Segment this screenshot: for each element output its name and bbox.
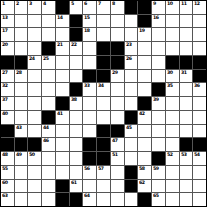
grid-cell[interactable]: 12 bbox=[193, 1, 206, 14]
black-cell bbox=[97, 56, 110, 69]
grid-cell[interactable] bbox=[70, 125, 83, 138]
grid-cell[interactable] bbox=[152, 111, 165, 124]
clue-number: 62 bbox=[139, 180, 145, 185]
grid-cell[interactable] bbox=[15, 28, 28, 41]
crossword-grid: 1234567891011121314151617181920212223242… bbox=[0, 0, 207, 207]
grid-cell[interactable]: 4 bbox=[42, 1, 55, 14]
clue-number: 38 bbox=[71, 97, 77, 102]
grid-cell[interactable] bbox=[42, 70, 55, 83]
black-cell bbox=[70, 193, 83, 206]
grid-cell[interactable]: 22 bbox=[70, 42, 83, 55]
grid-cell[interactable]: 56 bbox=[83, 166, 96, 179]
grid-cell[interactable] bbox=[83, 125, 96, 138]
grid-cell[interactable]: 51 bbox=[111, 152, 124, 165]
grid-cell[interactable] bbox=[83, 56, 96, 69]
grid-cell[interactable] bbox=[180, 15, 193, 28]
grid-cell[interactable] bbox=[42, 15, 55, 28]
clue-number: 12 bbox=[194, 1, 200, 6]
grid-cell[interactable]: 11 bbox=[180, 1, 193, 14]
grid-cell[interactable]: 54 bbox=[193, 152, 206, 165]
clue-number: 43 bbox=[16, 125, 22, 130]
black-cell bbox=[152, 152, 165, 165]
grid-cell[interactable]: 9 bbox=[152, 1, 165, 14]
clue-number: 6 bbox=[84, 1, 87, 6]
grid-cell[interactable]: 24 bbox=[28, 56, 41, 69]
grid-cell[interactable]: 29 bbox=[111, 70, 124, 83]
grid-cell[interactable] bbox=[193, 180, 206, 193]
grid-cell[interactable] bbox=[125, 15, 138, 28]
black-cell bbox=[180, 138, 193, 151]
grid-cell[interactable] bbox=[56, 138, 69, 151]
grid-cell[interactable] bbox=[111, 166, 124, 179]
clue-number: 14 bbox=[57, 15, 63, 20]
black-cell bbox=[83, 138, 96, 151]
black-cell bbox=[111, 56, 124, 69]
grid-cell[interactable] bbox=[56, 152, 69, 165]
grid-cell[interactable]: 28 bbox=[15, 70, 28, 83]
grid-cell[interactable]: 50 bbox=[28, 152, 41, 165]
grid-cell[interactable] bbox=[180, 83, 193, 96]
clue-number: 9 bbox=[153, 1, 156, 6]
black-cell bbox=[193, 70, 206, 83]
grid-cell[interactable] bbox=[15, 193, 28, 206]
grid-cell[interactable] bbox=[138, 152, 151, 165]
grid-cell[interactable] bbox=[97, 111, 110, 124]
grid-cell[interactable] bbox=[138, 56, 151, 69]
black-cell bbox=[125, 1, 138, 14]
clue-number: 51 bbox=[112, 152, 118, 157]
grid-cell[interactable]: 8 bbox=[111, 1, 124, 14]
grid-cell[interactable] bbox=[42, 97, 55, 110]
grid-cell[interactable] bbox=[15, 83, 28, 96]
clue-number: 57 bbox=[98, 166, 104, 171]
clue-number: 37 bbox=[2, 97, 8, 102]
grid-cell[interactable]: 57 bbox=[97, 166, 110, 179]
grid-cell[interactable] bbox=[166, 180, 179, 193]
grid-cell[interactable]: 31 bbox=[180, 70, 193, 83]
black-cell bbox=[70, 83, 83, 96]
black-cell bbox=[152, 83, 165, 96]
grid-cell[interactable] bbox=[42, 166, 55, 179]
grid-cell[interactable] bbox=[28, 42, 41, 55]
grid-cell[interactable] bbox=[28, 15, 41, 28]
black-cell bbox=[193, 56, 206, 69]
grid-cell[interactable] bbox=[111, 193, 124, 206]
grid-cell[interactable]: 45 bbox=[125, 125, 138, 138]
grid-cell[interactable]: 53 bbox=[180, 152, 193, 165]
clue-number: 10 bbox=[167, 1, 173, 6]
grid-cell[interactable] bbox=[28, 111, 41, 124]
clue-number: 23 bbox=[126, 42, 132, 47]
grid-cell[interactable] bbox=[180, 166, 193, 179]
grid-cell[interactable] bbox=[83, 180, 96, 193]
grid-cell[interactable]: 42 bbox=[138, 111, 151, 124]
clue-number: 19 bbox=[139, 28, 145, 33]
grid-cell[interactable] bbox=[138, 42, 151, 55]
grid-cell[interactable] bbox=[166, 125, 179, 138]
black-cell bbox=[1, 138, 14, 151]
grid-cell[interactable] bbox=[83, 111, 96, 124]
clue-number: 33 bbox=[84, 83, 90, 88]
grid-cell[interactable] bbox=[15, 42, 28, 55]
grid-cell[interactable]: 17 bbox=[1, 28, 14, 41]
grid-cell[interactable] bbox=[180, 42, 193, 55]
clue-number: 24 bbox=[29, 56, 35, 61]
clue-number: 16 bbox=[153, 15, 159, 20]
clue-number: 42 bbox=[139, 111, 145, 116]
clue-number: 61 bbox=[71, 180, 77, 185]
clue-number: 32 bbox=[2, 83, 8, 88]
grid-cell[interactable] bbox=[56, 56, 69, 69]
grid-cell[interactable]: 55 bbox=[1, 166, 14, 179]
grid-cell[interactable] bbox=[28, 193, 41, 206]
clue-number: 29 bbox=[112, 70, 118, 75]
grid-cell[interactable] bbox=[42, 180, 55, 193]
black-cell bbox=[56, 180, 69, 193]
grid-cell[interactable]: 59 bbox=[152, 166, 165, 179]
grid-cell[interactable] bbox=[15, 97, 28, 110]
grid-cell[interactable]: 10 bbox=[166, 1, 179, 14]
grid-cell[interactable] bbox=[56, 83, 69, 96]
grid-cell[interactable]: 30 bbox=[166, 70, 179, 83]
grid-cell[interactable] bbox=[152, 138, 165, 151]
grid-cell[interactable] bbox=[111, 111, 124, 124]
black-cell bbox=[56, 1, 69, 14]
grid-cell[interactable] bbox=[28, 180, 41, 193]
grid-cell[interactable]: 25 bbox=[42, 56, 55, 69]
grid-cell[interactable] bbox=[97, 97, 110, 110]
grid-cell[interactable]: 6 bbox=[83, 1, 96, 14]
grid-cell[interactable] bbox=[28, 70, 41, 83]
clue-number: 31 bbox=[181, 70, 187, 75]
clue-number: 65 bbox=[153, 193, 159, 198]
grid-cell[interactable]: 5 bbox=[70, 1, 83, 14]
clue-number: 46 bbox=[43, 138, 49, 143]
clue-number: 34 bbox=[98, 83, 104, 88]
clue-number: 45 bbox=[126, 125, 132, 130]
grid-cell[interactable] bbox=[125, 83, 138, 96]
clue-number: 55 bbox=[2, 166, 8, 171]
grid-cell[interactable]: 33 bbox=[83, 83, 96, 96]
grid-cell[interactable] bbox=[193, 125, 206, 138]
black-cell bbox=[70, 28, 83, 41]
black-cell bbox=[15, 56, 28, 69]
grid-cell[interactable] bbox=[56, 70, 69, 83]
clue-number: 50 bbox=[29, 152, 35, 157]
grid-cell[interactable] bbox=[193, 15, 206, 28]
grid-cell[interactable] bbox=[138, 125, 151, 138]
grid-cell[interactable] bbox=[97, 15, 110, 28]
grid-cell[interactable] bbox=[83, 97, 96, 110]
grid-cell[interactable] bbox=[70, 111, 83, 124]
grid-cell[interactable]: 39 bbox=[152, 97, 165, 110]
grid-cell[interactable] bbox=[28, 83, 41, 96]
black-cell bbox=[28, 138, 41, 151]
grid-cell[interactable] bbox=[111, 97, 124, 110]
grid-cell[interactable] bbox=[111, 83, 124, 96]
clue-number: 53 bbox=[181, 152, 187, 157]
grid-cell[interactable] bbox=[83, 42, 96, 55]
grid-cell[interactable] bbox=[193, 42, 206, 55]
clue-number: 36 bbox=[194, 83, 200, 88]
grid-cell[interactable]: 48 bbox=[1, 152, 14, 165]
clue-number: 21 bbox=[57, 42, 63, 47]
grid-cell[interactable]: 32 bbox=[1, 83, 14, 96]
grid-cell[interactable] bbox=[56, 125, 69, 138]
grid-cell[interactable]: 65 bbox=[152, 193, 165, 206]
clue-number: 44 bbox=[43, 125, 49, 130]
black-cell bbox=[166, 56, 179, 69]
clue-number: 15 bbox=[84, 15, 90, 20]
black-cell bbox=[193, 138, 206, 151]
clue-number: 28 bbox=[16, 70, 22, 75]
clue-number: 7 bbox=[98, 1, 101, 6]
clue-number: 11 bbox=[181, 1, 187, 6]
grid-cell[interactable]: 2 bbox=[15, 1, 28, 14]
black-cell bbox=[138, 193, 151, 206]
black-cell bbox=[125, 111, 138, 124]
grid-cell[interactable]: 46 bbox=[42, 138, 55, 151]
grid-cell[interactable]: 41 bbox=[56, 111, 69, 124]
grid-cell[interactable]: 20 bbox=[1, 42, 14, 55]
grid-cell[interactable]: 62 bbox=[138, 180, 151, 193]
grid-cell[interactable] bbox=[28, 166, 41, 179]
grid-cell[interactable]: 19 bbox=[138, 28, 151, 41]
clue-number: 17 bbox=[2, 28, 8, 33]
grid-cell[interactable]: 7 bbox=[97, 1, 110, 14]
clue-number: 18 bbox=[84, 28, 90, 33]
grid-cell[interactable]: 40 bbox=[1, 111, 14, 124]
grid-cell[interactable] bbox=[152, 180, 165, 193]
black-cell bbox=[83, 152, 96, 165]
grid-cell[interactable] bbox=[138, 138, 151, 151]
clue-number: 5 bbox=[71, 1, 74, 6]
grid-cell[interactable]: 37 bbox=[1, 97, 14, 110]
grid-cell[interactable]: 34 bbox=[97, 83, 110, 96]
black-cell bbox=[180, 56, 193, 69]
grid-cell[interactable] bbox=[15, 166, 28, 179]
clue-number: 35 bbox=[167, 83, 173, 88]
grid-cell[interactable] bbox=[42, 83, 55, 96]
grid-cell[interactable] bbox=[166, 111, 179, 124]
grid-cell[interactable] bbox=[42, 193, 55, 206]
clue-number: 56 bbox=[84, 166, 90, 171]
grid-cell[interactable] bbox=[152, 70, 165, 83]
grid-cell[interactable] bbox=[56, 166, 69, 179]
grid-cell[interactable] bbox=[111, 15, 124, 28]
grid-cell[interactable]: 36 bbox=[193, 83, 206, 96]
clue-number: 20 bbox=[2, 42, 8, 47]
grid-cell[interactable]: 16 bbox=[152, 15, 165, 28]
black-cell bbox=[125, 180, 138, 193]
grid-cell[interactable] bbox=[97, 193, 110, 206]
grid-cell[interactable] bbox=[70, 152, 83, 165]
clue-number: 59 bbox=[153, 166, 159, 171]
grid-cell[interactable] bbox=[125, 70, 138, 83]
clue-number: 48 bbox=[2, 152, 8, 157]
black-cell bbox=[97, 138, 110, 151]
black-cell bbox=[138, 97, 151, 110]
grid-cell[interactable] bbox=[15, 180, 28, 193]
grid-cell[interactable] bbox=[193, 97, 206, 110]
grid-cell[interactable] bbox=[180, 97, 193, 110]
clue-number: 64 bbox=[84, 193, 90, 198]
grid-cell[interactable] bbox=[70, 70, 83, 83]
grid-cell[interactable] bbox=[166, 193, 179, 206]
grid-cell[interactable]: 44 bbox=[42, 125, 55, 138]
grid-cell[interactable]: 21 bbox=[56, 42, 69, 55]
grid-cell[interactable] bbox=[166, 97, 179, 110]
grid-cell[interactable]: 61 bbox=[70, 180, 83, 193]
clue-number: 13 bbox=[2, 15, 8, 20]
grid-cell[interactable]: 1 bbox=[1, 1, 14, 14]
grid-cell[interactable] bbox=[180, 125, 193, 138]
clue-number: 30 bbox=[167, 70, 173, 75]
grid-cell[interactable] bbox=[193, 111, 206, 124]
grid-cell[interactable] bbox=[193, 193, 206, 206]
grid-cell[interactable]: 60 bbox=[1, 180, 14, 193]
grid-cell[interactable] bbox=[125, 97, 138, 110]
grid-cell[interactable] bbox=[125, 28, 138, 41]
grid-cell[interactable] bbox=[166, 166, 179, 179]
black-cell bbox=[83, 70, 96, 83]
clue-number: 27 bbox=[2, 70, 8, 75]
black-cell bbox=[42, 42, 55, 55]
grid-cell[interactable] bbox=[28, 97, 41, 110]
black-cell bbox=[138, 1, 151, 14]
grid-cell[interactable] bbox=[70, 166, 83, 179]
grid-cell[interactable] bbox=[97, 28, 110, 41]
black-cell bbox=[111, 42, 124, 55]
grid-cell[interactable] bbox=[125, 138, 138, 151]
clue-number: 41 bbox=[57, 111, 63, 116]
grid-cell[interactable] bbox=[152, 125, 165, 138]
black-cell bbox=[97, 152, 110, 165]
grid-cell[interactable] bbox=[180, 193, 193, 206]
grid-cell[interactable] bbox=[138, 83, 151, 96]
clue-number: 49 bbox=[16, 152, 22, 157]
clue-number: 22 bbox=[71, 42, 77, 47]
grid-cell[interactable] bbox=[28, 125, 41, 138]
grid-cell[interactable]: 47 bbox=[111, 138, 124, 151]
clue-number: 8 bbox=[112, 1, 115, 6]
clue-number: 39 bbox=[153, 97, 159, 102]
black-cell bbox=[1, 125, 14, 138]
grid-cell[interactable]: 35 bbox=[166, 83, 179, 96]
clue-number: 60 bbox=[2, 180, 8, 185]
clue-number: 63 bbox=[2, 193, 8, 198]
grid-cell[interactable] bbox=[193, 28, 206, 41]
clue-number: 26 bbox=[126, 56, 132, 61]
black-cell bbox=[97, 125, 110, 138]
black-cell bbox=[1, 56, 14, 69]
grid-cell[interactable] bbox=[180, 180, 193, 193]
grid-cell[interactable]: 38 bbox=[70, 97, 83, 110]
grid-cell[interactable] bbox=[193, 166, 206, 179]
grid-cell[interactable]: 15 bbox=[83, 15, 96, 28]
grid-cell[interactable] bbox=[97, 180, 110, 193]
grid-cell[interactable]: 43 bbox=[15, 125, 28, 138]
grid-cell[interactable] bbox=[70, 138, 83, 151]
grid-cell[interactable] bbox=[125, 193, 138, 206]
grid-cell[interactable]: 14 bbox=[56, 15, 69, 28]
grid-cell[interactable] bbox=[152, 42, 165, 55]
grid-cell[interactable] bbox=[42, 28, 55, 41]
grid-cell[interactable] bbox=[70, 56, 83, 69]
clue-number: 47 bbox=[112, 138, 118, 143]
grid-cell[interactable] bbox=[152, 56, 165, 69]
grid-cell[interactable] bbox=[56, 28, 69, 41]
grid-cell[interactable] bbox=[125, 152, 138, 165]
black-cell bbox=[97, 70, 110, 83]
grid-cell[interactable]: 63 bbox=[1, 193, 14, 206]
black-cell bbox=[111, 125, 124, 138]
grid-cell[interactable] bbox=[42, 152, 55, 165]
clue-number: 4 bbox=[43, 1, 46, 6]
grid-cell[interactable]: 3 bbox=[28, 1, 41, 14]
grid-cell[interactable]: 49 bbox=[15, 152, 28, 165]
grid-cell[interactable] bbox=[28, 28, 41, 41]
clue-number: 58 bbox=[139, 166, 145, 171]
crossword-board-wrapper: 1234567891011121314151617181920212223242… bbox=[0, 0, 207, 207]
grid-cell[interactable] bbox=[111, 180, 124, 193]
clue-number: 54 bbox=[194, 152, 200, 157]
grid-cell[interactable] bbox=[166, 42, 179, 55]
grid-cell[interactable]: 26 bbox=[125, 56, 138, 69]
clue-number: 40 bbox=[2, 111, 8, 116]
black-cell bbox=[56, 97, 69, 110]
black-cell bbox=[56, 193, 69, 206]
grid-cell[interactable] bbox=[138, 70, 151, 83]
black-cell bbox=[42, 111, 55, 124]
grid-cell[interactable]: 18 bbox=[83, 28, 96, 41]
grid-cell[interactable] bbox=[166, 28, 179, 41]
grid-cell[interactable]: 23 bbox=[125, 42, 138, 55]
black-cell bbox=[97, 42, 110, 55]
clue-number: 3 bbox=[29, 1, 32, 6]
grid-cell[interactable] bbox=[111, 28, 124, 41]
grid-cell[interactable] bbox=[15, 111, 28, 124]
grid-cell[interactable]: 13 bbox=[1, 15, 14, 28]
clue-number: 2 bbox=[16, 1, 19, 6]
grid-cell[interactable]: 27 bbox=[1, 70, 14, 83]
black-cell bbox=[70, 15, 83, 28]
grid-cell[interactable] bbox=[166, 15, 179, 28]
grid-cell[interactable]: 58 bbox=[138, 166, 151, 179]
grid-cell[interactable]: 52 bbox=[166, 152, 179, 165]
clue-number: 25 bbox=[43, 56, 49, 61]
black-cell bbox=[125, 166, 138, 179]
grid-cell[interactable] bbox=[180, 111, 193, 124]
grid-cell[interactable] bbox=[152, 28, 165, 41]
grid-cell[interactable] bbox=[15, 15, 28, 28]
grid-cell[interactable] bbox=[180, 28, 193, 41]
clue-number: 52 bbox=[167, 152, 173, 157]
grid-cell[interactable]: 64 bbox=[83, 193, 96, 206]
clue-number: 1 bbox=[2, 1, 5, 6]
grid-cell[interactable] bbox=[166, 138, 179, 151]
black-cell bbox=[15, 138, 28, 151]
black-cell bbox=[138, 15, 151, 28]
